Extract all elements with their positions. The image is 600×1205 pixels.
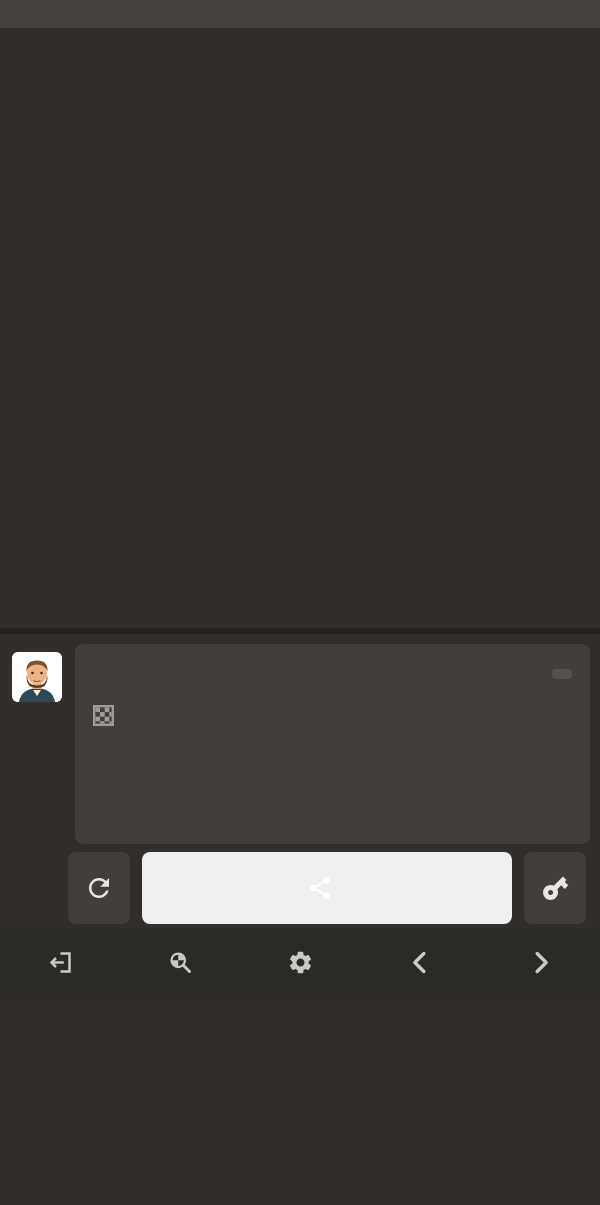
- nav-item-forward[interactable]: [480, 928, 600, 1000]
- checkerboard-icon: [93, 705, 114, 726]
- brilliant-move-icon: [93, 660, 121, 688]
- nav-item-analysis[interactable]: [120, 928, 240, 1000]
- coach-comment-panel: [75, 644, 590, 844]
- nav-item-exit[interactable]: [0, 928, 120, 1000]
- nav-item-back[interactable]: [360, 928, 480, 1000]
- chevron-left-icon: [407, 949, 434, 976]
- analysis-screen: [0, 0, 600, 1205]
- coach-area: [0, 634, 600, 928]
- show-moves-button[interactable]: [93, 705, 572, 726]
- share-icon: [307, 875, 333, 901]
- chevron-right-icon: [527, 949, 554, 976]
- evaluation-badge: [552, 669, 572, 679]
- retry-button[interactable]: [68, 852, 130, 924]
- evaluation-bar: [0, 0, 600, 28]
- gear-icon: [287, 949, 314, 976]
- nav-item-settings[interactable]: [240, 928, 360, 1000]
- action-buttons: [68, 852, 586, 924]
- refresh-icon: [84, 873, 114, 903]
- chess-board: [0, 28, 600, 628]
- coach-avatar: [12, 652, 62, 702]
- coach-panel-header: [93, 660, 572, 688]
- logout-icon: [47, 949, 74, 976]
- key-button[interactable]: [524, 852, 586, 924]
- share-button[interactable]: [142, 852, 512, 924]
- coach-avatar-image: [12, 652, 62, 702]
- key-icon: [534, 867, 576, 909]
- analysis-icon: [167, 949, 194, 976]
- bottom-navigation: [0, 928, 600, 1000]
